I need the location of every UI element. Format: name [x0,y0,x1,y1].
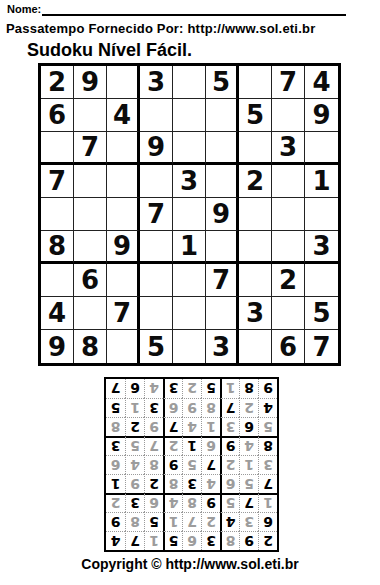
name-row: Nome: [7,3,346,16]
solution-cell-r8c8: 1 [125,398,144,417]
name-blank-line [42,3,346,16]
solution-cell-r5c6: 9 [163,455,182,474]
solution-cell-r2c9: 9 [106,512,125,531]
solution-cell-r6c4: 6 [201,436,220,455]
main-cell-r8c9: 5 [305,297,338,330]
solution-cell-r4c6: 8 [163,474,182,493]
main-cell-r2c7: 5 [239,99,272,132]
solution-cell-r2c3: 4 [220,512,239,531]
solution-cell-r6c8: 5 [125,436,144,455]
main-cell-r5c9[interactable] [305,198,338,231]
main-cell-r3c8: 3 [272,132,305,165]
main-cell-r3c1[interactable] [41,132,74,165]
solution-cell-r9c8: 6 [125,379,144,398]
solution-cell-r4c4: 4 [201,474,220,493]
solution-cell-r1c8: 7 [125,531,144,550]
main-cell-r1c1: 2 [41,66,74,99]
solution-cell-r8c5: 9 [182,398,201,417]
solution-cell-r5c9: 6 [106,455,125,474]
main-cell-r1c9: 4 [305,66,338,99]
main-cell-r4c9: 1 [305,165,338,198]
solution-cell-r8c6: 6 [163,398,182,417]
solution-cell-r8c4: 8 [201,398,220,417]
solution-cell-r6c9: 3 [106,436,125,455]
solution-cell-r1c4: 3 [201,531,220,550]
name-label: Nome: [7,3,41,16]
solution-cell-r5c3: 2 [220,455,239,474]
main-cell-r7c8: 2 [272,264,305,297]
main-cell-r4c3[interactable] [107,165,140,198]
solution-cell-r8c1: 4 [258,398,277,417]
solution-cell-r1c2: 9 [239,531,258,550]
solution-cell-r8c2: 2 [239,398,258,417]
main-cell-r1c8: 7 [272,66,305,99]
solution-cell-r7c7: 9 [144,417,163,436]
solution-cell-r7c2: 6 [239,417,258,436]
main-cell-r4c4[interactable] [140,165,173,198]
solution-cell-r7c1: 5 [258,417,277,436]
main-cell-r1c2: 9 [74,66,107,99]
solution-cell-r7c8: 2 [125,417,144,436]
main-cell-r1c7[interactable] [239,66,272,99]
main-cell-r8c3: 7 [107,297,140,330]
solution-cell-r9c4: 5 [201,379,220,398]
main-cell-r2c4[interactable] [140,99,173,132]
solution-cell-r2c7: 5 [144,512,163,531]
main-cell-r9c6: 3 [206,330,239,363]
main-cell-r3c4: 9 [140,132,173,165]
main-cell-r8c5[interactable] [173,297,206,330]
main-cell-r7c2: 6 [74,264,107,297]
solution-cell-r8c7: 3 [144,398,163,417]
main-cell-r5c6: 9 [206,198,239,231]
main-cell-r4c7: 2 [239,165,272,198]
solution-cell-r6c7: 7 [144,436,163,455]
main-cell-r9c8: 6 [272,330,305,363]
solution-cell-r9c1: 9 [258,379,277,398]
main-cell-r8c6[interactable] [206,297,239,330]
solution-cell-r3c3: 5 [220,493,239,512]
solution-cell-r9c5: 2 [182,379,201,398]
main-cell-r6c3: 9 [107,231,140,264]
main-cell-r2c8[interactable] [272,99,305,132]
page-title: Sudoku Nível Fácil. [27,40,192,61]
solution-cell-r2c5: 7 [182,512,201,531]
main-cell-r9c7[interactable] [239,330,272,363]
main-cell-r8c4[interactable] [140,297,173,330]
main-cell-r7c4[interactable] [140,264,173,297]
solution-cell-r7c4: 1 [201,417,220,436]
main-cell-r3c2: 7 [74,132,107,165]
solution-cell-r7c9: 8 [106,417,125,436]
solution-cell-r7c5: 4 [182,417,201,436]
main-cell-r5c5[interactable] [173,198,206,231]
copyright-text: Copyright © http://www.sol.eti.br [0,556,380,572]
solution-cell-r9c9: 7 [106,379,125,398]
solution-cell-r5c8: 4 [125,455,144,474]
solution-cell-r7c3: 3 [220,417,239,436]
main-cell-r9c4: 5 [140,330,173,363]
main-cell-r2c2[interactable] [74,99,107,132]
main-cell-r9c3[interactable] [107,330,140,363]
solution-cell-r7c6: 7 [163,417,182,436]
main-cell-r6c7[interactable] [239,231,272,264]
solution-cell-r9c7: 4 [144,379,163,398]
main-cell-r5c1[interactable] [41,198,74,231]
main-cell-r6c2[interactable] [74,231,107,264]
main-cell-r3c3[interactable] [107,132,140,165]
solution-cell-r6c1: 8 [258,436,277,455]
main-cell-r5c8[interactable] [272,198,305,231]
main-cell-r2c6[interactable] [206,99,239,132]
main-cell-r2c3: 4 [107,99,140,132]
solution-cell-r1c5: 6 [182,531,201,550]
solution-cell-r1c3: 8 [220,531,239,550]
main-cell-r5c3[interactable] [107,198,140,231]
main-cell-r3c6[interactable] [206,132,239,165]
solution-cell-r3c5: 8 [182,493,201,512]
solution-cell-r6c6: 2 [163,436,182,455]
provider-text: Passatempo Fornecido Por: http://www.sol… [6,21,315,36]
main-cell-r6c6[interactable] [206,231,239,264]
solution-cell-r3c8: 3 [125,493,144,512]
main-cell-r1c6: 5 [206,66,239,99]
main-cell-r7c9[interactable] [305,264,338,297]
main-cell-r6c1: 8 [41,231,74,264]
solution-cell-r5c1: 3 [258,455,277,474]
main-cell-r4c8[interactable] [272,165,305,198]
solution-cell-r3c6: 4 [163,493,182,512]
main-cell-r5c4: 7 [140,198,173,231]
main-cell-r5c7[interactable] [239,198,272,231]
solution-cell-r1c9: 4 [106,531,125,550]
solution-cell-r2c1: 6 [258,512,277,531]
main-cell-r1c4: 3 [140,66,173,99]
solution-cell-r5c4: 7 [201,455,220,474]
main-cell-r7c3[interactable] [107,264,140,297]
solution-cell-r9c3: 1 [220,379,239,398]
solution-cell-r4c9: 1 [106,474,125,493]
solution-cell-r2c6: 1 [163,512,182,531]
main-cell-r6c8[interactable] [272,231,305,264]
main-cell-r4c5: 3 [173,165,206,198]
solution-cell-r6c2: 4 [239,436,258,455]
main-cell-r4c1: 7 [41,165,74,198]
main-cell-r2c5[interactable] [173,99,206,132]
main-cell-r4c2[interactable] [74,165,107,198]
solution-cell-r3c4: 9 [201,493,220,512]
solution-cell-r3c2: 7 [239,493,258,512]
main-cell-r5c2[interactable] [74,198,107,231]
solution-cell-r5c2: 1 [239,455,258,474]
main-sudoku-grid: 293574645979373217989136724735985367 [38,63,341,366]
main-cell-r6c9: 3 [305,231,338,264]
main-cell-r8c7: 3 [239,297,272,330]
solution-cell-r1c6: 5 [163,531,182,550]
solution-cell-r4c7: 2 [144,474,163,493]
main-cell-r9c5[interactable] [173,330,206,363]
main-cell-r9c2: 8 [74,330,107,363]
main-cell-r7c1[interactable] [41,264,74,297]
solution-cell-r4c2: 5 [239,474,258,493]
solution-cell-r1c1: 2 [258,531,277,550]
solution-cell-r4c1: 7 [258,474,277,493]
solution-cell-r6c3: 9 [220,436,239,455]
solution-cell-r2c4: 2 [201,512,220,531]
solution-cell-r8c3: 7 [220,398,239,417]
main-cell-r1c3[interactable] [107,66,140,99]
solution-cell-r3c9: 2 [106,493,125,512]
solution-cell-r6c5: 1 [182,436,201,455]
main-cell-r1c5[interactable] [173,66,206,99]
solution-cell-r9c2: 8 [239,379,258,398]
solution-cell-r1c7: 1 [144,531,163,550]
main-cell-r4c6[interactable] [206,165,239,198]
main-cell-r3c9[interactable] [305,132,338,165]
solution-cell-r3c7: 6 [144,493,163,512]
main-cell-r8c1: 4 [41,297,74,330]
solution-cell-r8c9: 5 [106,398,125,417]
solution-cell-r3c1: 1 [258,493,277,512]
main-cell-r7c6: 7 [206,264,239,297]
main-cell-r3c5[interactable] [173,132,206,165]
solution-cell-r5c7: 8 [144,455,163,474]
solution-cell-r2c8: 8 [125,512,144,531]
main-cell-r8c8[interactable] [272,297,305,330]
main-cell-r9c1: 9 [41,330,74,363]
main-cell-r7c7[interactable] [239,264,272,297]
main-cell-r9c9: 7 [305,330,338,363]
solution-cell-r4c8: 9 [125,474,144,493]
solution-cell-r4c3: 6 [220,474,239,493]
solution-cell-r9c6: 3 [163,379,182,398]
main-cell-r6c5: 1 [173,231,206,264]
main-cell-r7c5[interactable] [173,264,206,297]
main-cell-r3c7[interactable] [239,132,272,165]
solution-cell-r4c5: 3 [182,474,201,493]
solution-cell-r5c5: 5 [182,455,201,474]
main-cell-r2c9: 9 [305,99,338,132]
solution-cell-r2c2: 3 [239,512,258,531]
main-cell-r2c1: 6 [41,99,74,132]
solution-sudoku-grid: 2983651746342715891759846327564382913127… [104,377,279,552]
main-cell-r6c4[interactable] [140,231,173,264]
main-cell-r8c2[interactable] [74,297,107,330]
